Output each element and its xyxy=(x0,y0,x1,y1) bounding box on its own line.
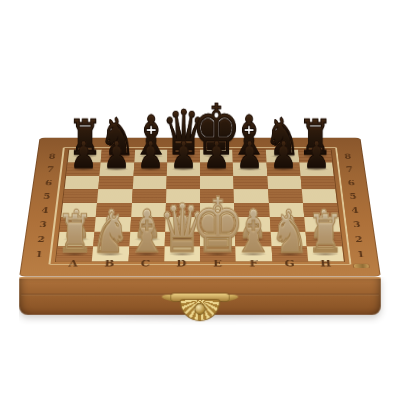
box-front-side xyxy=(19,277,381,315)
rank-label-2: 2 xyxy=(26,225,57,253)
chess-set-photo: ♜♞♝♛♚♝♞♜♟♟♟♟♟♟♟♟♟♟♟♟♟♟♟♟♜♞♝♛♚♝♞♜ ABCDEFG… xyxy=(0,0,400,400)
rank-label-4: 4 xyxy=(340,197,370,224)
black-pawn-c7: ♟ xyxy=(137,137,163,174)
rank-label-2: 2 xyxy=(344,225,375,253)
black-pawn-f7: ♟ xyxy=(237,137,263,174)
square-a6 xyxy=(65,176,100,189)
black-pawn-b7: ♟ xyxy=(104,137,130,174)
black-pawn-d7: ♟ xyxy=(170,137,196,174)
white-bishop-f1: ♝ xyxy=(233,202,275,260)
maker-stamp-icon xyxy=(354,264,369,268)
white-rook-a1: ♜ xyxy=(56,208,93,260)
white-knight-g1: ♞ xyxy=(270,205,310,260)
white-knight-b1: ♞ xyxy=(91,205,131,260)
black-pawn-a7: ♟ xyxy=(70,137,96,174)
rank-label-3: 3 xyxy=(342,211,372,238)
brass-clasp-icon xyxy=(168,294,232,326)
black-pawn-g7: ♟ xyxy=(270,137,296,174)
square-g6 xyxy=(267,176,302,189)
file-labels: ABCDEFGH xyxy=(55,262,345,271)
rank-label-3: 3 xyxy=(28,211,58,238)
square-h6 xyxy=(300,176,335,189)
white-rook-h1: ♜ xyxy=(306,208,343,260)
square-c6 xyxy=(132,176,166,189)
black-pawn-h7: ♟ xyxy=(303,137,329,174)
square-b6 xyxy=(98,176,133,189)
black-pawn-e7: ♟ xyxy=(203,137,229,174)
board-field: ♜♞♝♛♚♝♞♜♟♟♟♟♟♟♟♟♟♟♟♟♟♟♟♟♜♞♝♛♚♝♞♜ xyxy=(56,150,344,262)
board-top-surface: ♜♞♝♛♚♝♞♜♟♟♟♟♟♟♟♟♟♟♟♟♟♟♟♟♜♞♝♛♚♝♞♜ ABCDEFG… xyxy=(19,138,381,277)
chess-board: ♜♞♝♛♚♝♞♜♟♟♟♟♟♟♟♟♟♟♟♟♟♟♟♟♜♞♝♛♚♝♞♜ ABCDEFG… xyxy=(19,138,381,277)
chess-scene: ♜♞♝♛♚♝♞♜♟♟♟♟♟♟♟♟♟♟♟♟♟♟♟♟♜♞♝♛♚♝♞♜ ABCDEFG… xyxy=(0,0,400,400)
clasp-knob xyxy=(194,303,206,315)
